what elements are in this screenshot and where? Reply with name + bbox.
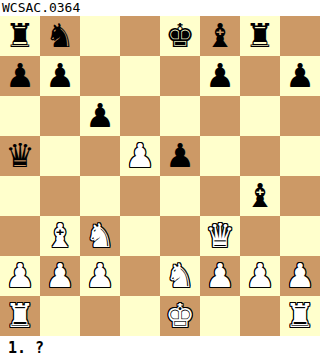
- square-d1[interactable]: [120, 296, 160, 336]
- square-d3[interactable]: [120, 216, 160, 256]
- square-c4[interactable]: [80, 176, 120, 216]
- square-f4[interactable]: [200, 176, 240, 216]
- black-pawn-piece[interactable]: ♟: [5, 56, 35, 95]
- square-f1[interactable]: [200, 296, 240, 336]
- black-rook-piece[interactable]: ♜: [245, 16, 275, 55]
- square-h7[interactable]: ♟: [280, 56, 320, 96]
- black-knight-piece[interactable]: ♞: [45, 16, 75, 55]
- square-c8[interactable]: [80, 16, 120, 56]
- square-a6[interactable]: [0, 96, 40, 136]
- square-e6[interactable]: [160, 96, 200, 136]
- white-knight-piece[interactable]: ♞: [165, 256, 195, 295]
- square-b1[interactable]: [40, 296, 80, 336]
- white-king-piece[interactable]: ♚: [165, 296, 195, 335]
- move-prompt: 1. ?: [0, 336, 320, 360]
- square-f8[interactable]: ♝: [200, 16, 240, 56]
- white-pawn-piece[interactable]: ♟: [85, 256, 115, 295]
- square-a1[interactable]: ♜: [0, 296, 40, 336]
- square-c3[interactable]: ♞: [80, 216, 120, 256]
- square-a4[interactable]: [0, 176, 40, 216]
- square-g2[interactable]: ♟: [240, 256, 280, 296]
- square-g6[interactable]: [240, 96, 280, 136]
- square-f7[interactable]: ♟: [200, 56, 240, 96]
- square-b3[interactable]: ♝: [40, 216, 80, 256]
- square-b7[interactable]: ♟: [40, 56, 80, 96]
- square-g5[interactable]: [240, 136, 280, 176]
- square-b2[interactable]: ♟: [40, 256, 80, 296]
- square-h2[interactable]: ♟: [280, 256, 320, 296]
- square-f3[interactable]: ♛: [200, 216, 240, 256]
- square-c2[interactable]: ♟: [80, 256, 120, 296]
- white-knight-piece[interactable]: ♞: [85, 216, 115, 255]
- square-d4[interactable]: [120, 176, 160, 216]
- white-queen-piece[interactable]: ♛: [205, 216, 235, 255]
- black-pawn-piece[interactable]: ♟: [285, 56, 315, 95]
- square-a2[interactable]: ♟: [0, 256, 40, 296]
- square-a8[interactable]: ♜: [0, 16, 40, 56]
- square-a5[interactable]: ♛: [0, 136, 40, 176]
- white-pawn-piece[interactable]: ♟: [5, 256, 35, 295]
- square-h5[interactable]: [280, 136, 320, 176]
- square-b6[interactable]: [40, 96, 80, 136]
- black-pawn-piece[interactable]: ♟: [205, 56, 235, 95]
- square-d8[interactable]: [120, 16, 160, 56]
- square-b5[interactable]: [40, 136, 80, 176]
- square-h4[interactable]: [280, 176, 320, 216]
- square-e7[interactable]: [160, 56, 200, 96]
- square-e3[interactable]: [160, 216, 200, 256]
- square-h6[interactable]: [280, 96, 320, 136]
- white-pawn-piece[interactable]: ♟: [285, 256, 315, 295]
- square-h8[interactable]: [280, 16, 320, 56]
- square-a7[interactable]: ♟: [0, 56, 40, 96]
- square-b4[interactable]: [40, 176, 80, 216]
- square-e8[interactable]: ♚: [160, 16, 200, 56]
- black-bishop-piece[interactable]: ♝: [205, 16, 235, 55]
- square-h3[interactable]: [280, 216, 320, 256]
- black-pawn-piece[interactable]: ♟: [85, 96, 115, 135]
- square-g7[interactable]: [240, 56, 280, 96]
- white-pawn-piece[interactable]: ♟: [245, 256, 275, 295]
- square-d5[interactable]: ♟: [120, 136, 160, 176]
- square-f2[interactable]: ♟: [200, 256, 240, 296]
- black-king-piece[interactable]: ♚: [165, 16, 195, 55]
- white-pawn-piece[interactable]: ♟: [205, 256, 235, 295]
- square-e2[interactable]: ♞: [160, 256, 200, 296]
- square-f6[interactable]: [200, 96, 240, 136]
- square-c6[interactable]: ♟: [80, 96, 120, 136]
- square-g1[interactable]: [240, 296, 280, 336]
- white-rook-piece[interactable]: ♜: [5, 296, 35, 335]
- square-e5[interactable]: ♟: [160, 136, 200, 176]
- square-g3[interactable]: [240, 216, 280, 256]
- white-pawn-piece[interactable]: ♟: [125, 136, 155, 175]
- square-d7[interactable]: [120, 56, 160, 96]
- black-pawn-piece[interactable]: ♟: [165, 136, 195, 175]
- square-e1[interactable]: ♚: [160, 296, 200, 336]
- white-pawn-piece[interactable]: ♟: [45, 256, 75, 295]
- chess-board: ♜♞♚♝♜♟♟♟♟♟♛♟♟♝♝♞♛♟♟♟♞♟♟♟♜♚♜: [0, 16, 320, 336]
- square-g4[interactable]: ♝: [240, 176, 280, 216]
- square-b8[interactable]: ♞: [40, 16, 80, 56]
- square-d2[interactable]: [120, 256, 160, 296]
- square-c5[interactable]: [80, 136, 120, 176]
- black-bishop-piece[interactable]: ♝: [245, 176, 275, 215]
- black-pawn-piece[interactable]: ♟: [45, 56, 75, 95]
- black-queen-piece[interactable]: ♛: [5, 136, 35, 175]
- white-bishop-piece[interactable]: ♝: [45, 216, 75, 255]
- title-bar: WCSAC.0364: [0, 0, 320, 16]
- square-c7[interactable]: [80, 56, 120, 96]
- square-g8[interactable]: ♜: [240, 16, 280, 56]
- square-a3[interactable]: [0, 216, 40, 256]
- square-e4[interactable]: [160, 176, 200, 216]
- square-h1[interactable]: ♜: [280, 296, 320, 336]
- square-f5[interactable]: [200, 136, 240, 176]
- square-c1[interactable]: [80, 296, 120, 336]
- black-rook-piece[interactable]: ♜: [5, 16, 35, 55]
- square-d6[interactable]: [120, 96, 160, 136]
- white-rook-piece[interactable]: ♜: [285, 296, 315, 335]
- chess-app-window: WCSAC.0364 ♜♞♚♝♜♟♟♟♟♟♛♟♟♝♝♞♛♟♟♟♞♟♟♟♜♚♜ 1…: [0, 0, 320, 360]
